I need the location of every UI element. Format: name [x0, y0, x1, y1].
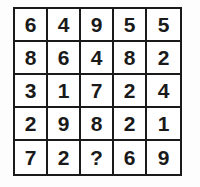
grid-cell: 5	[114, 9, 147, 42]
grid-cell: 6	[114, 141, 147, 174]
grid-cell-unknown: ?	[81, 141, 114, 174]
grid-cell: 2	[147, 42, 180, 75]
grid-cell: 4	[81, 42, 114, 75]
grid-cell: 4	[48, 9, 81, 42]
puzzle-board: 6495586482317242982172?69	[13, 7, 182, 176]
grid-cell: 4	[147, 75, 180, 108]
grid-cell: 2	[48, 141, 81, 174]
grid-cell: 7	[15, 141, 48, 174]
grid-cell: 1	[147, 108, 180, 141]
grid-cell: 9	[48, 108, 81, 141]
grid-cell: 7	[81, 75, 114, 108]
grid-cell: 9	[81, 9, 114, 42]
grid-cell: 5	[147, 9, 180, 42]
grid-cell: 8	[15, 42, 48, 75]
grid-cell: 9	[147, 141, 180, 174]
grid-cell: 8	[81, 108, 114, 141]
grid-cell: 2	[15, 108, 48, 141]
grid-cell: 1	[48, 75, 81, 108]
grid-cell: 8	[114, 42, 147, 75]
grid-cell: 2	[114, 75, 147, 108]
grid-cell: 6	[15, 9, 48, 42]
number-grid: 6495586482317242982172?69	[13, 7, 182, 176]
grid-cell: 2	[114, 108, 147, 141]
grid-cell: 6	[48, 42, 81, 75]
grid-cell: 3	[15, 75, 48, 108]
